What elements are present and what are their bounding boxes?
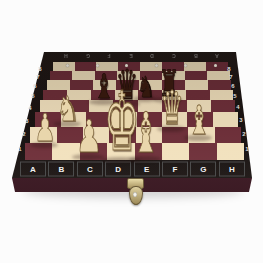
square-g5 [186,90,210,101]
square-h3 [213,112,238,127]
square-b6 [70,80,93,90]
square-a8 [53,62,75,71]
clasp-hole [133,192,137,197]
piece-shadow [72,154,104,160]
square-g3 [187,112,212,127]
square-g6 [185,80,208,90]
square-b4 [64,100,88,112]
square-f6 [162,80,185,90]
board-row-rank-2 [30,127,241,143]
square-g7 [185,71,207,80]
square-a2 [30,127,56,143]
board-row-rank-6 [47,80,232,90]
square-d2 [109,127,135,143]
piece-shadow [184,135,213,141]
file-label-cell [77,162,103,177]
square-h5 [210,90,234,101]
piece-shadow [154,97,181,103]
file-label-cell [134,162,160,177]
piece-shadow [101,157,141,163]
square-f7 [162,71,184,80]
file-label-cell [162,162,188,177]
file-label-cell [219,162,245,177]
square-h8 [206,62,228,71]
square-b8 [75,62,97,71]
square-h7 [207,71,229,80]
hinge-screw-icon [214,64,217,67]
square-a6 [47,80,70,90]
square-e7 [140,71,162,80]
clasp-icon [126,177,144,209]
square-f1 [162,143,189,161]
square-g8 [184,62,206,71]
hinge-screw-icon [155,64,158,67]
square-h6 [208,80,231,90]
piece-shadow [112,101,140,107]
hinge-screw-icon [96,64,99,67]
file-label-cell [105,162,131,177]
square-e8 [140,62,162,71]
square-h2 [215,127,241,143]
square-h4 [211,100,235,112]
square-f3 [162,112,187,127]
file-label-cell [190,162,216,177]
piece-shadow [157,126,186,132]
square-d7 [117,71,139,80]
square-a7 [50,71,72,80]
file-label-cell [20,162,46,177]
square-c6 [93,80,116,90]
board-row-rank-7 [50,71,230,80]
square-g1 [189,143,216,161]
square-c2 [83,127,109,143]
square-b5 [67,90,91,101]
square-e6 [139,80,162,90]
board-row-rank-8 [53,62,228,71]
square-c8 [96,62,118,71]
square-g4 [187,100,211,112]
piece-shadow [53,121,82,127]
file-label-cell [48,162,74,177]
square-d3 [111,112,136,127]
square-c7 [95,71,117,80]
square-b2 [57,127,83,143]
square-a4 [40,100,64,112]
square-c3 [86,112,111,127]
piece-shadow [30,142,57,148]
square-e3 [137,112,162,127]
chess-set-photo: ABCDEFGH1122334455667788HGFEDCBA ♞♜♝♛♞♛♝… [0,0,263,263]
square-a5 [43,90,67,101]
square-f8 [162,62,184,71]
square-d8 [118,62,140,71]
hinge-screw-icon [66,64,69,67]
square-d6 [116,80,139,90]
square-b7 [72,71,94,80]
square-h1 [217,143,244,161]
